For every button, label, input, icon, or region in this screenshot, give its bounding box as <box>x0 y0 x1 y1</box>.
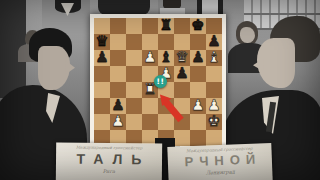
background-man-face <box>240 27 255 43</box>
thumbnail: ♜♚♛♟♟♟♝♛♟♝♟♟♜♟♟♟♟♚ !! Международный грос… <box>0 0 320 180</box>
left-player-nose <box>65 60 75 74</box>
crowd-shirt-right <box>197 0 223 14</box>
left-card-title: ТАЛЬ <box>56 150 162 167</box>
arrow-shaft <box>166 102 182 121</box>
name-card-right: Международный гроссмейстер РЧНОЙ Ленингр… <box>167 143 272 180</box>
left-card-subtitle: Рига <box>56 167 162 174</box>
name-card-left: Международный гроссмейстер ТАЛЬ Рига <box>56 142 162 180</box>
demonstration-board-row <box>244 13 320 15</box>
chess-board: ♜♚♛♟♟♟♝♛♟♝♟♟♜♟♟♟♟♚ !! <box>90 14 226 150</box>
brilliant-move-badge: !! <box>154 75 167 88</box>
left-player-face <box>38 46 70 90</box>
crowd-figure <box>98 0 150 15</box>
